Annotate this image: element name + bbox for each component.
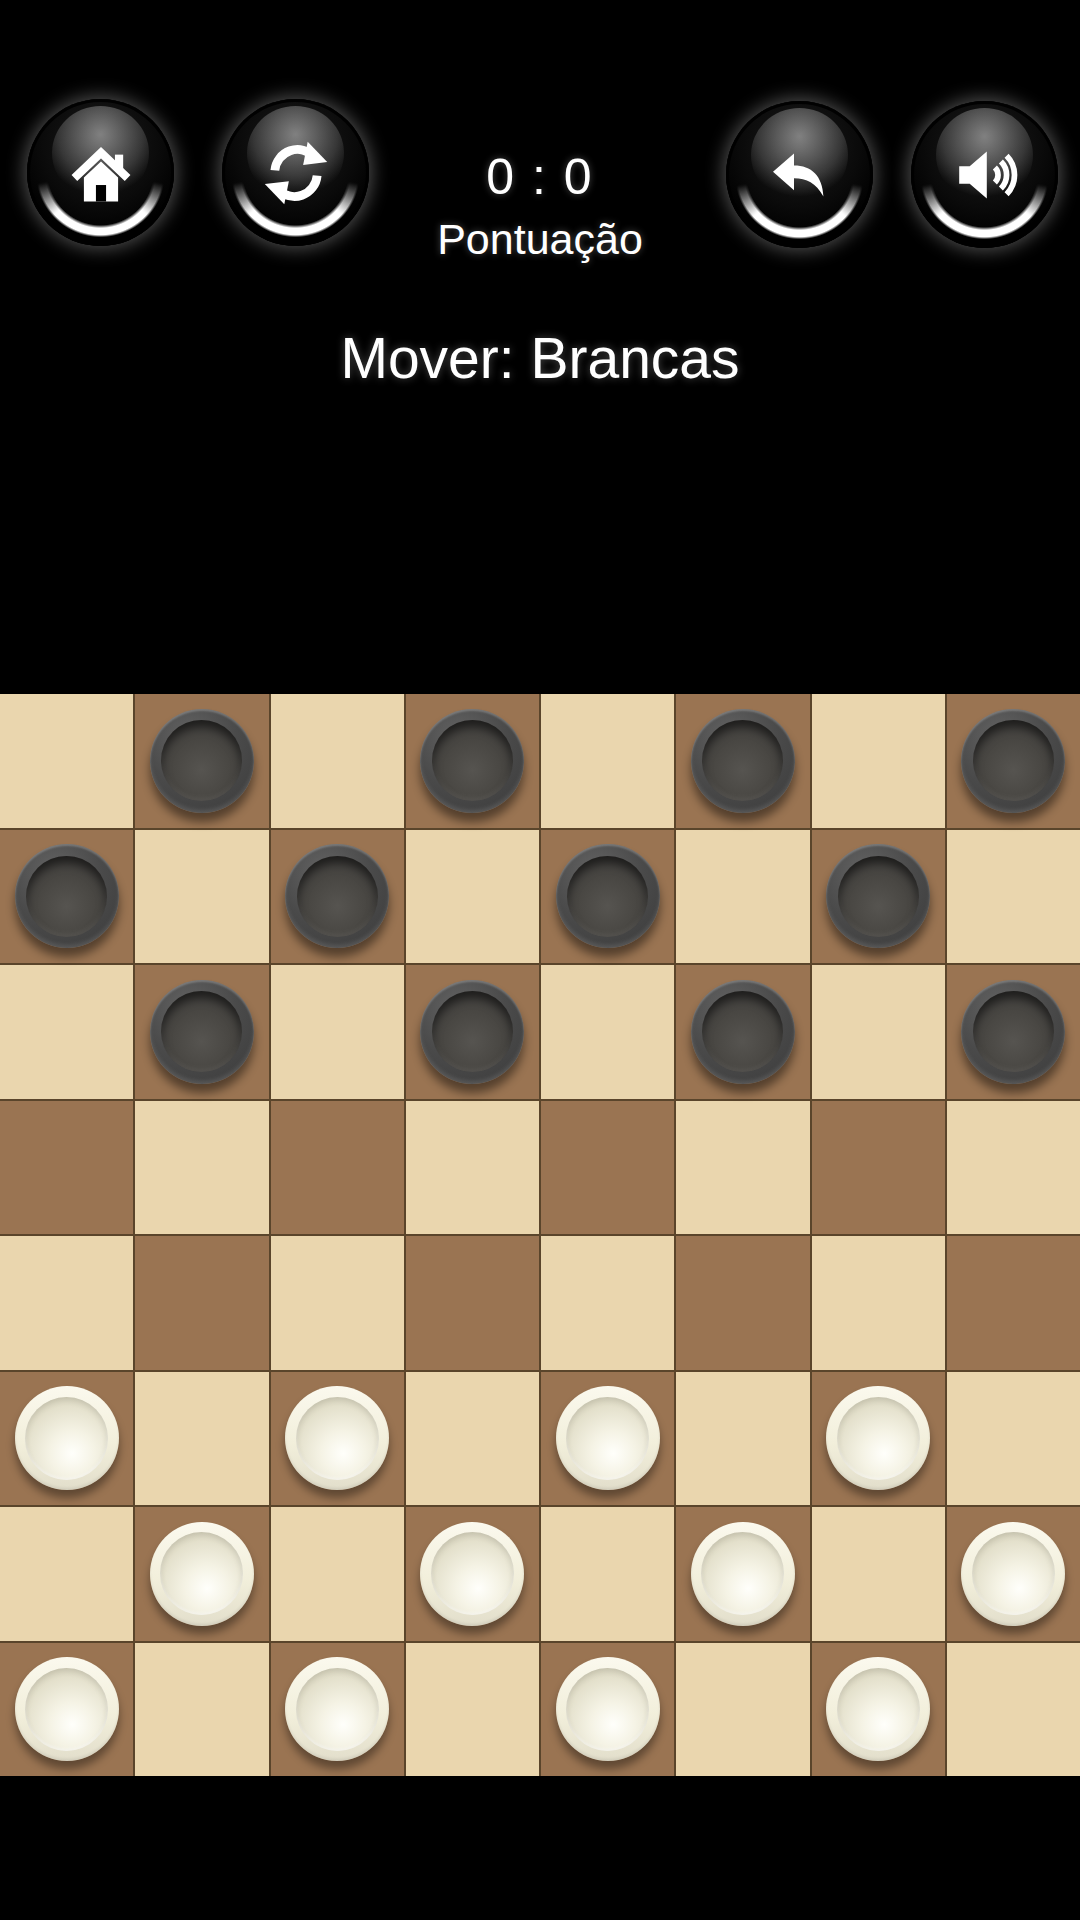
white-piece[interactable] xyxy=(15,1386,119,1490)
square-r2c8[interactable] xyxy=(947,830,1080,964)
square-r4c4[interactable] xyxy=(406,1101,539,1235)
undo-icon xyxy=(764,139,836,211)
square-r8c5[interactable] xyxy=(541,1643,674,1777)
square-r3c7[interactable] xyxy=(812,965,945,1099)
square-r6c3[interactable] xyxy=(271,1372,404,1506)
square-r5c4[interactable] xyxy=(406,1236,539,1370)
square-r4c6[interactable] xyxy=(676,1101,809,1235)
square-r1c8[interactable] xyxy=(947,694,1080,828)
home-icon xyxy=(63,135,139,211)
square-r1c4[interactable] xyxy=(406,694,539,828)
restart-icon xyxy=(257,134,335,212)
square-r8c2[interactable] xyxy=(135,1643,268,1777)
square-r5c5[interactable] xyxy=(541,1236,674,1370)
square-r2c3[interactable] xyxy=(271,830,404,964)
square-r5c7[interactable] xyxy=(812,1236,945,1370)
square-r6c7[interactable] xyxy=(812,1372,945,1506)
square-r5c2[interactable] xyxy=(135,1236,268,1370)
square-r8c1[interactable] xyxy=(0,1643,133,1777)
turn-indicator: Mover: Brancas xyxy=(0,325,1080,391)
square-r6c2[interactable] xyxy=(135,1372,268,1506)
black-piece[interactable] xyxy=(15,844,119,948)
square-r2c4[interactable] xyxy=(406,830,539,964)
square-r1c2[interactable] xyxy=(135,694,268,828)
square-r3c5[interactable] xyxy=(541,965,674,1099)
square-r1c7[interactable] xyxy=(812,694,945,828)
black-piece[interactable] xyxy=(691,709,795,813)
black-piece[interactable] xyxy=(556,844,660,948)
square-r2c7[interactable] xyxy=(812,830,945,964)
square-r4c8[interactable] xyxy=(947,1101,1080,1235)
square-r4c7[interactable] xyxy=(812,1101,945,1235)
black-piece[interactable] xyxy=(826,844,930,948)
square-r7c5[interactable] xyxy=(541,1507,674,1641)
square-r8c6[interactable] xyxy=(676,1643,809,1777)
square-r3c3[interactable] xyxy=(271,965,404,1099)
square-r6c5[interactable] xyxy=(541,1372,674,1506)
sound-button[interactable] xyxy=(911,101,1058,248)
square-r1c6[interactable] xyxy=(676,694,809,828)
square-r7c7[interactable] xyxy=(812,1507,945,1641)
square-r3c8[interactable] xyxy=(947,965,1080,1099)
white-piece[interactable] xyxy=(961,1522,1065,1626)
square-r5c1[interactable] xyxy=(0,1236,133,1370)
white-piece[interactable] xyxy=(150,1522,254,1626)
white-piece[interactable] xyxy=(826,1386,930,1490)
square-r5c6[interactable] xyxy=(676,1236,809,1370)
black-piece[interactable] xyxy=(691,980,795,1084)
square-r8c3[interactable] xyxy=(271,1643,404,1777)
white-piece[interactable] xyxy=(420,1522,524,1626)
white-piece[interactable] xyxy=(556,1657,660,1761)
square-r1c5[interactable] xyxy=(541,694,674,828)
square-r5c8[interactable] xyxy=(947,1236,1080,1370)
square-r7c1[interactable] xyxy=(0,1507,133,1641)
white-piece[interactable] xyxy=(285,1657,389,1761)
square-r3c6[interactable] xyxy=(676,965,809,1099)
square-r3c1[interactable] xyxy=(0,965,133,1099)
white-piece[interactable] xyxy=(691,1522,795,1626)
black-piece[interactable] xyxy=(285,844,389,948)
white-piece[interactable] xyxy=(826,1657,930,1761)
square-r7c4[interactable] xyxy=(406,1507,539,1641)
square-r6c6[interactable] xyxy=(676,1372,809,1506)
white-piece[interactable] xyxy=(15,1657,119,1761)
square-r6c1[interactable] xyxy=(0,1372,133,1506)
black-piece[interactable] xyxy=(961,709,1065,813)
square-r6c8[interactable] xyxy=(947,1372,1080,1506)
undo-button[interactable] xyxy=(726,101,873,248)
square-r8c7[interactable] xyxy=(812,1643,945,1777)
black-piece[interactable] xyxy=(150,980,254,1084)
black-piece[interactable] xyxy=(420,980,524,1084)
black-piece[interactable] xyxy=(961,980,1065,1084)
app-screen: 0 : 0 Pontuação Mover: Brancas xyxy=(0,0,1080,1920)
square-r8c8[interactable] xyxy=(947,1643,1080,1777)
square-r4c2[interactable] xyxy=(135,1101,268,1235)
black-piece[interactable] xyxy=(420,709,524,813)
white-piece[interactable] xyxy=(556,1386,660,1490)
square-r2c1[interactable] xyxy=(0,830,133,964)
square-r2c6[interactable] xyxy=(676,830,809,964)
square-r7c3[interactable] xyxy=(271,1507,404,1641)
speaker-icon xyxy=(949,139,1021,211)
square-r7c8[interactable] xyxy=(947,1507,1080,1641)
square-r4c3[interactable] xyxy=(271,1101,404,1235)
square-r4c1[interactable] xyxy=(0,1101,133,1235)
checkers-board xyxy=(0,694,1080,1776)
square-r1c3[interactable] xyxy=(271,694,404,828)
square-r6c4[interactable] xyxy=(406,1372,539,1506)
square-r4c5[interactable] xyxy=(541,1101,674,1235)
white-piece[interactable] xyxy=(285,1386,389,1490)
square-r3c4[interactable] xyxy=(406,965,539,1099)
square-r1c1[interactable] xyxy=(0,694,133,828)
black-piece[interactable] xyxy=(150,709,254,813)
square-r7c2[interactable] xyxy=(135,1507,268,1641)
square-r8c4[interactable] xyxy=(406,1643,539,1777)
square-r7c6[interactable] xyxy=(676,1507,809,1641)
score-label: Pontuação xyxy=(0,217,1080,262)
square-r2c5[interactable] xyxy=(541,830,674,964)
square-r2c2[interactable] xyxy=(135,830,268,964)
square-r3c2[interactable] xyxy=(135,965,268,1099)
square-r5c3[interactable] xyxy=(271,1236,404,1370)
